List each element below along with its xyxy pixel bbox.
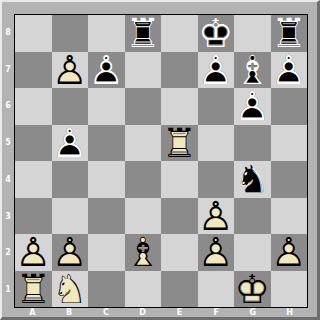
square-b6[interactable]	[52, 88, 89, 125]
square-e6[interactable]	[161, 88, 198, 125]
square-c5[interactable]	[88, 125, 125, 162]
square-b1[interactable]: ♞♘	[52, 271, 89, 308]
piece-fill-glyph: ♟	[15, 234, 52, 271]
file-label-f: F	[198, 308, 235, 317]
square-e5[interactable]: ♜♖	[161, 125, 198, 162]
piece-outline-glyph: ♖	[271, 15, 308, 52]
piece-outline-glyph: ♙	[15, 234, 52, 271]
square-a5[interactable]	[15, 125, 52, 162]
piece-fill-glyph: ♟	[198, 52, 235, 89]
file-label-b: B	[51, 308, 88, 317]
white-pawn[interactable]: ♟♙	[52, 52, 89, 89]
piece-outline-glyph: ♖	[15, 271, 52, 308]
square-g5[interactable]	[234, 125, 271, 162]
file-label-d: D	[124, 308, 161, 317]
white-pawn[interactable]: ♟♙	[15, 234, 52, 271]
rank-label-4: 4	[2, 161, 14, 198]
black-knight[interactable]: ♞♘	[234, 161, 271, 198]
square-b7[interactable]: ♟♙	[52, 52, 89, 89]
piece-fill-glyph: ♜	[15, 271, 52, 308]
square-g6[interactable]: ♟♙	[234, 88, 271, 125]
piece-outline-glyph: ♙	[198, 234, 235, 271]
rank-label-1: 1	[2, 271, 14, 308]
square-c6[interactable]	[88, 88, 125, 125]
rank-label-7: 7	[2, 51, 14, 88]
square-d3[interactable]	[125, 198, 162, 235]
black-pawn[interactable]: ♟♙	[198, 52, 235, 89]
piece-outline-glyph: ♙	[52, 52, 89, 89]
piece-fill-glyph: ♞	[234, 161, 271, 198]
piece-fill-glyph: ♜	[161, 125, 198, 162]
square-a8[interactable]	[15, 15, 52, 52]
piece-fill-glyph: ♞	[52, 271, 89, 308]
piece-fill-glyph: ♝	[125, 234, 162, 271]
chess-diagram: 87654321 ABCDEFGH ♜♖♚♔♜♖♟♙♟♙♟♙♝♗♟♙♟♙♟♙♜♖…	[0, 0, 320, 320]
square-f7[interactable]: ♟♙	[198, 52, 235, 89]
square-b2[interactable]: ♟♙	[52, 234, 89, 271]
white-pawn[interactable]: ♟♙	[52, 234, 89, 271]
square-g1[interactable]: ♚♔	[234, 271, 271, 308]
black-pawn[interactable]: ♟♙	[52, 125, 89, 162]
file-labels: ABCDEFGH	[14, 308, 308, 317]
square-d4[interactable]	[125, 161, 162, 198]
file-label-e: E	[161, 308, 198, 317]
file-label-c: C	[88, 308, 125, 317]
piece-outline-glyph: ♗	[234, 52, 271, 89]
piece-fill-glyph: ♝	[234, 52, 271, 89]
white-rook[interactable]: ♜♖	[161, 125, 198, 162]
square-h7[interactable]: ♟♙	[271, 52, 308, 89]
square-f2[interactable]: ♟♙	[198, 234, 235, 271]
square-g4[interactable]: ♞♘	[234, 161, 271, 198]
piece-fill-glyph: ♟	[52, 52, 89, 89]
square-c4[interactable]	[88, 161, 125, 198]
piece-outline-glyph: ♙	[271, 234, 308, 271]
piece-fill-glyph: ♟	[52, 234, 89, 271]
piece-fill-glyph: ♟	[198, 234, 235, 271]
square-e3[interactable]	[161, 198, 198, 235]
square-g2[interactable]	[234, 234, 271, 271]
square-b8[interactable]	[52, 15, 89, 52]
piece-outline-glyph: ♖	[125, 15, 162, 52]
square-d8[interactable]: ♜♖	[125, 15, 162, 52]
square-a3[interactable]	[15, 198, 52, 235]
square-f5[interactable]	[198, 125, 235, 162]
square-b3[interactable]	[52, 198, 89, 235]
square-d1[interactable]	[125, 271, 162, 308]
square-e8[interactable]	[161, 15, 198, 52]
square-g3[interactable]	[234, 198, 271, 235]
square-f6[interactable]	[198, 88, 235, 125]
file-label-a: A	[14, 308, 51, 317]
square-d5[interactable]	[125, 125, 162, 162]
black-king[interactable]: ♚♔	[198, 15, 235, 52]
file-label-h: H	[271, 308, 308, 317]
piece-fill-glyph: ♚	[234, 271, 271, 308]
square-a4[interactable]	[15, 161, 52, 198]
piece-outline-glyph: ♔	[234, 271, 271, 308]
square-c2[interactable]	[88, 234, 125, 271]
square-a1[interactable]: ♜♖	[15, 271, 52, 308]
square-h8[interactable]: ♜♖	[271, 15, 308, 52]
square-e4[interactable]	[161, 161, 198, 198]
rank-label-5: 5	[2, 124, 14, 161]
white-bishop[interactable]: ♝♗	[125, 234, 162, 271]
rank-label-2: 2	[2, 235, 14, 272]
piece-outline-glyph: ♖	[161, 125, 198, 162]
white-pawn[interactable]: ♟♙	[271, 234, 308, 271]
piece-fill-glyph: ♚	[198, 15, 235, 52]
chess-board: ♜♖♚♔♜♖♟♙♟♙♟♙♝♗♟♙♟♙♟♙♜♖♞♘♟♙♟♙♟♙♝♗♟♙♟♙♜♖♞♘…	[14, 14, 308, 308]
black-rook[interactable]: ♜♖	[271, 15, 308, 52]
rank-label-3: 3	[2, 198, 14, 235]
piece-outline-glyph: ♙	[198, 52, 235, 89]
square-e7[interactable]	[161, 52, 198, 89]
square-h2[interactable]: ♟♙	[271, 234, 308, 271]
square-c3[interactable]	[88, 198, 125, 235]
black-bishop[interactable]: ♝♗	[234, 52, 271, 89]
square-h5[interactable]	[271, 125, 308, 162]
piece-outline-glyph: ♙	[198, 198, 235, 235]
square-e2[interactable]	[161, 234, 198, 271]
square-d2[interactable]: ♝♗	[125, 234, 162, 271]
square-d6[interactable]	[125, 88, 162, 125]
square-b5[interactable]: ♟♙	[52, 125, 89, 162]
piece-outline-glyph: ♔	[198, 15, 235, 52]
piece-fill-glyph: ♟	[271, 234, 308, 271]
square-c7[interactable]: ♟♙	[88, 52, 125, 89]
piece-fill-glyph: ♜	[271, 15, 308, 52]
rank-label-8: 8	[2, 14, 14, 51]
square-a2[interactable]: ♟♙	[15, 234, 52, 271]
rank-label-6: 6	[2, 88, 14, 125]
white-king[interactable]: ♚♔	[234, 271, 271, 308]
square-h4[interactable]	[271, 161, 308, 198]
piece-fill-glyph: ♟	[198, 198, 235, 235]
square-g8[interactable]	[234, 15, 271, 52]
square-f4[interactable]	[198, 161, 235, 198]
square-h1[interactable]	[271, 271, 308, 308]
square-h3[interactable]	[271, 198, 308, 235]
square-b4[interactable]	[52, 161, 89, 198]
piece-fill-glyph: ♜	[125, 15, 162, 52]
white-knight[interactable]: ♞♘	[52, 271, 89, 308]
square-a6[interactable]	[15, 88, 52, 125]
black-pawn[interactable]: ♟♙	[234, 88, 271, 125]
piece-outline-glyph: ♙	[88, 52, 125, 89]
square-e1[interactable]	[161, 271, 198, 308]
black-rook[interactable]: ♜♖	[125, 15, 162, 52]
square-f8[interactable]: ♚♔	[198, 15, 235, 52]
piece-fill-glyph: ♟	[271, 52, 308, 89]
piece-fill-glyph: ♟	[52, 125, 89, 162]
piece-fill-glyph: ♟	[88, 52, 125, 89]
black-pawn[interactable]: ♟♙	[88, 52, 125, 89]
piece-outline-glyph: ♘	[234, 161, 271, 198]
square-a7[interactable]	[15, 52, 52, 89]
black-pawn[interactable]: ♟♙	[271, 52, 308, 89]
white-pawn[interactable]: ♟♙	[198, 198, 235, 235]
piece-outline-glyph: ♙	[271, 52, 308, 89]
file-label-g: G	[235, 308, 272, 317]
square-f1[interactable]	[198, 271, 235, 308]
square-f3[interactable]: ♟♙	[198, 198, 235, 235]
square-c1[interactable]	[88, 271, 125, 308]
rank-labels: 87654321	[2, 14, 14, 308]
piece-outline-glyph: ♙	[52, 234, 89, 271]
piece-outline-glyph: ♙	[234, 88, 271, 125]
piece-outline-glyph: ♘	[52, 271, 89, 308]
white-pawn[interactable]: ♟♙	[198, 234, 235, 271]
piece-outline-glyph: ♙	[52, 125, 89, 162]
square-c8[interactable]	[88, 15, 125, 52]
white-rook[interactable]: ♜♖	[15, 271, 52, 308]
square-h6[interactable]	[271, 88, 308, 125]
square-g7[interactable]: ♝♗	[234, 52, 271, 89]
square-d7[interactable]	[125, 52, 162, 89]
piece-fill-glyph: ♟	[234, 88, 271, 125]
piece-outline-glyph: ♗	[125, 234, 162, 271]
